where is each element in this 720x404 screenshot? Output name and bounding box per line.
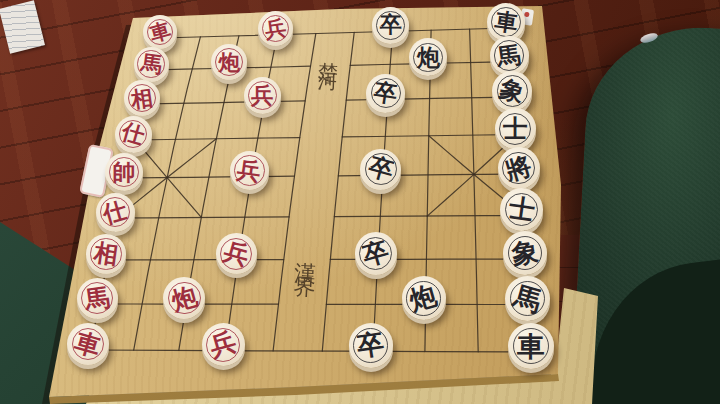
piece-black-chariot[interactable]: 車 — [508, 323, 554, 369]
piece-black-elephant[interactable]: 象 — [503, 231, 547, 275]
piece-red-horse[interactable]: 馬 — [134, 47, 169, 82]
piece-glyph: 車 — [71, 325, 104, 364]
piece-black-general[interactable]: 將 — [498, 147, 540, 189]
pieces-layer: 車馬相仕帥仕相馬車炮炮兵兵兵兵兵車馬象士將士象馬車炮炮卒卒卒卒卒 — [0, 0, 720, 404]
piece-glyph: 仕 — [118, 117, 148, 152]
piece-red-advisor[interactable]: 仕 — [96, 193, 135, 232]
piece-glyph: 炮 — [168, 279, 201, 318]
piece-glyph: 士 — [506, 190, 536, 228]
piece-black-soldier[interactable]: 卒 — [355, 232, 398, 275]
piece-glyph: 車 — [146, 16, 173, 49]
piece-black-horse[interactable]: 馬 — [505, 276, 550, 321]
piece-red-elephant[interactable]: 相 — [86, 234, 126, 274]
piece-black-soldier[interactable]: 卒 — [360, 149, 401, 190]
piece-red-soldier[interactable]: 兵 — [244, 77, 281, 114]
piece-black-horse[interactable]: 馬 — [490, 36, 529, 75]
piece-glyph: 卒 — [355, 326, 387, 365]
piece-glyph: 卒 — [365, 151, 397, 188]
piece-black-advisor[interactable]: 士 — [495, 108, 536, 149]
piece-red-cannon[interactable]: 炮 — [211, 44, 247, 80]
piece-glyph: 相 — [129, 82, 154, 114]
piece-glyph: 兵 — [220, 234, 253, 273]
piece-red-horse[interactable]: 馬 — [77, 278, 118, 319]
piece-glyph: 帥 — [113, 157, 136, 188]
piece-glyph: 炮 — [406, 278, 441, 319]
piece-black-advisor[interactable]: 士 — [500, 188, 543, 231]
piece-glyph: 卒 — [380, 10, 402, 40]
piece-black-soldier[interactable]: 卒 — [349, 323, 394, 368]
piece-red-cannon[interactable]: 炮 — [163, 277, 205, 319]
piece-glyph: 馬 — [510, 277, 546, 319]
piece-red-elephant[interactable]: 相 — [124, 80, 160, 116]
piece-glyph: 象 — [496, 72, 528, 109]
piece-glyph: 兵 — [235, 153, 263, 188]
piece-black-cannon[interactable]: 炮 — [409, 38, 447, 76]
piece-glyph: 卒 — [372, 76, 399, 110]
piece-red-soldier[interactable]: 兵 — [216, 233, 257, 274]
piece-glyph: 象 — [509, 234, 540, 272]
piece-glyph: 卒 — [359, 233, 393, 274]
piece-black-cannon[interactable]: 炮 — [402, 276, 446, 320]
piece-black-soldier[interactable]: 卒 — [366, 74, 405, 113]
piece-glyph: 炮 — [417, 42, 440, 73]
piece-glyph: 將 — [502, 149, 535, 188]
piece-glyph: 馬 — [83, 280, 112, 316]
piece-glyph: 兵 — [263, 13, 288, 44]
piece-black-elephant[interactable]: 象 — [492, 71, 532, 111]
piece-glyph: 兵 — [206, 324, 241, 365]
xiangqi-photo-scene: 楚河 漢界 車馬相仕帥仕相馬車炮炮兵兵兵兵兵車馬象士將士象馬車炮炮卒卒卒卒卒 — [0, 0, 720, 404]
piece-glyph: 相 — [92, 236, 120, 271]
piece-glyph: 馬 — [495, 38, 523, 73]
piece-red-soldier[interactable]: 兵 — [258, 11, 293, 46]
piece-glyph: 炮 — [219, 48, 241, 77]
piece-glyph: 仕 — [99, 193, 130, 230]
piece-glyph: 車 — [517, 328, 545, 365]
piece-red-general[interactable]: 帥 — [105, 153, 143, 191]
piece-red-chariot[interactable]: 車 — [143, 15, 177, 49]
piece-glyph: 兵 — [251, 80, 273, 111]
piece-red-chariot[interactable]: 車 — [67, 323, 109, 365]
piece-red-soldier[interactable]: 兵 — [202, 323, 245, 366]
piece-red-soldier[interactable]: 兵 — [230, 151, 269, 190]
piece-glyph: 馬 — [139, 49, 164, 80]
piece-glyph: 車 — [493, 5, 520, 39]
piece-black-soldier[interactable]: 卒 — [372, 7, 409, 44]
piece-glyph: 士 — [503, 112, 528, 145]
piece-red-advisor[interactable]: 仕 — [115, 116, 152, 153]
